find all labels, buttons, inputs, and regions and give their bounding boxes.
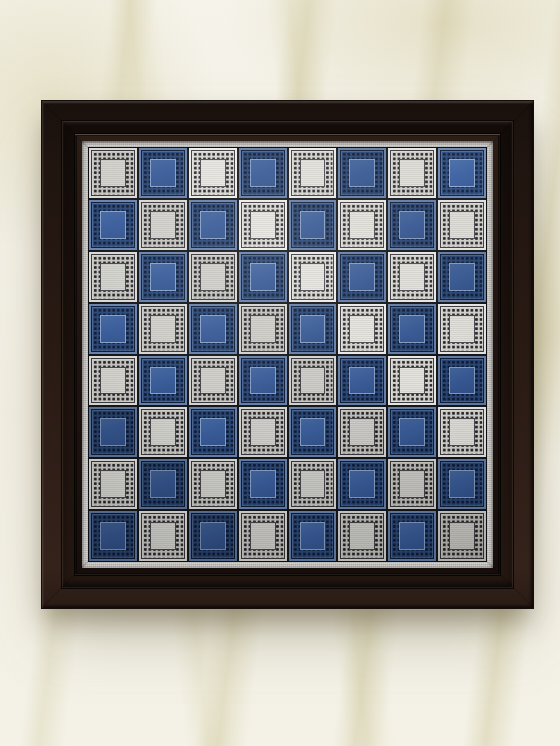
square-d6[interactable] [239,252,287,302]
square-c6[interactable] [189,252,237,302]
square-f8[interactable] [338,148,386,198]
square-h3[interactable] [438,407,486,457]
square-center-panel [150,263,176,291]
square-center-panel [300,367,326,395]
square-center-panel [349,315,375,343]
square-a3[interactable] [89,407,137,457]
square-e6[interactable] [289,252,337,302]
square-a5[interactable] [89,304,137,354]
square-center-panel [250,263,276,291]
square-center-panel [300,211,326,239]
marble-surface [0,0,560,746]
square-center-panel [200,522,226,550]
square-center-panel [300,315,326,343]
square-b4[interactable] [139,356,187,406]
square-h1[interactable] [438,511,486,561]
square-center-panel [349,367,375,395]
square-center-panel [200,315,226,343]
square-c1[interactable] [189,511,237,561]
square-center-panel [150,522,176,550]
frame-cove [61,120,514,589]
square-center-panel [200,367,226,395]
square-center-panel [449,263,475,291]
square-center-panel [399,211,425,239]
square-center-panel [399,522,425,550]
square-h4[interactable] [438,356,486,406]
square-a1[interactable] [89,511,137,561]
square-center-panel [250,470,276,498]
square-center-panel [200,263,226,291]
square-center-panel [150,211,176,239]
square-center-panel [250,522,276,550]
square-e4[interactable] [289,356,337,406]
square-f1[interactable] [338,511,386,561]
square-h5[interactable] [438,304,486,354]
square-center-panel [300,522,326,550]
square-center-panel [100,211,126,239]
square-h2[interactable] [438,459,486,509]
square-center-panel [150,470,176,498]
square-c3[interactable] [189,407,237,457]
square-center-panel [300,418,326,446]
square-c7[interactable] [189,200,237,250]
square-center-panel [250,211,276,239]
square-center-panel [100,470,126,498]
square-center-panel [399,315,425,343]
square-center-panel [349,418,375,446]
square-f2[interactable] [338,459,386,509]
square-g5[interactable] [388,304,436,354]
square-c4[interactable] [189,356,237,406]
square-center-panel [349,522,375,550]
square-e7[interactable] [289,200,337,250]
square-g4[interactable] [388,356,436,406]
square-a2[interactable] [89,459,137,509]
square-c8[interactable] [189,148,237,198]
square-d8[interactable] [239,148,287,198]
square-b5[interactable] [139,304,187,354]
square-a4[interactable] [89,356,137,406]
square-center-panel [449,211,475,239]
square-center-panel [449,315,475,343]
square-c5[interactable] [189,304,237,354]
square-center-panel [449,470,475,498]
square-center-panel [250,159,276,187]
square-center-panel [200,418,226,446]
square-center-panel [399,367,425,395]
square-b2[interactable] [139,459,187,509]
square-center-panel [399,263,425,291]
square-center-panel [250,418,276,446]
square-e5[interactable] [289,304,337,354]
square-g6[interactable] [388,252,436,302]
square-d3[interactable] [239,407,287,457]
square-h8[interactable] [438,148,486,198]
square-g2[interactable] [388,459,436,509]
square-g1[interactable] [388,511,436,561]
wood-frame [41,100,534,609]
square-d1[interactable] [239,511,287,561]
square-center-panel [449,159,475,187]
square-a7[interactable] [89,200,137,250]
square-e2[interactable] [289,459,337,509]
square-e8[interactable] [289,148,337,198]
square-d2[interactable] [239,459,287,509]
square-center-panel [349,470,375,498]
square-center-panel [449,418,475,446]
square-d4[interactable] [239,356,287,406]
square-center-panel [349,263,375,291]
square-center-panel [300,263,326,291]
square-center-panel [200,159,226,187]
square-center-panel [449,367,475,395]
square-center-panel [100,418,126,446]
square-f6[interactable] [338,252,386,302]
square-f7[interactable] [338,200,386,250]
square-center-panel [399,418,425,446]
square-h7[interactable] [438,200,486,250]
square-center-panel [200,211,226,239]
square-h6[interactable] [438,252,486,302]
square-center-panel [150,418,176,446]
square-a6[interactable] [89,252,137,302]
square-b7[interactable] [139,200,187,250]
square-center-panel [150,159,176,187]
square-center-panel [250,315,276,343]
square-d5[interactable] [239,304,287,354]
square-center-panel [399,470,425,498]
square-g7[interactable] [388,200,436,250]
square-f5[interactable] [338,304,386,354]
square-g8[interactable] [388,148,436,198]
square-f3[interactable] [338,407,386,457]
square-b8[interactable] [139,148,187,198]
square-a8[interactable] [89,148,137,198]
square-center-panel [250,367,276,395]
square-e3[interactable] [289,407,337,457]
square-g3[interactable] [388,407,436,457]
square-e1[interactable] [289,511,337,561]
square-b1[interactable] [139,511,187,561]
square-center-panel [100,367,126,395]
square-center-panel [349,159,375,187]
chess-board [88,147,487,562]
silver-mat-border [82,141,493,568]
square-center-panel [150,367,176,395]
square-center-panel [150,315,176,343]
square-center-panel [449,522,475,550]
square-center-panel [100,315,126,343]
square-center-panel [300,470,326,498]
square-c2[interactable] [189,459,237,509]
square-center-panel [100,522,126,550]
square-center-panel [100,159,126,187]
square-center-panel [100,263,126,291]
frame-inner-lip [74,133,501,576]
square-d7[interactable] [239,200,287,250]
square-b3[interactable] [139,407,187,457]
square-center-panel [349,211,375,239]
square-center-panel [300,159,326,187]
square-center-panel [200,470,226,498]
square-center-panel [399,159,425,187]
square-f4[interactable] [338,356,386,406]
square-b6[interactable] [139,252,187,302]
